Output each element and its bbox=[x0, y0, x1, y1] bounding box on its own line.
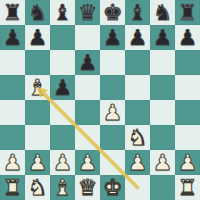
square-d3[interactable] bbox=[75, 125, 100, 150]
black-rook[interactable]: ♜ bbox=[3, 0, 23, 25]
white-queen[interactable]: ♛ bbox=[78, 175, 98, 200]
black-pawn[interactable]: ♟ bbox=[103, 25, 123, 50]
square-h8[interactable]: ♜ bbox=[175, 0, 200, 25]
square-b4[interactable] bbox=[25, 100, 50, 125]
chess-board[interactable]: ♜♞♝♛♚♝♞♜♟♟♟♟♟♟♟♝♟♟♞♟♟♟♟♟♟♟♜♞♝♛♚♜ bbox=[0, 0, 200, 200]
square-f5[interactable] bbox=[125, 75, 150, 100]
square-a5[interactable] bbox=[0, 75, 25, 100]
white-king[interactable]: ♚ bbox=[103, 175, 123, 200]
square-g7[interactable]: ♟ bbox=[150, 25, 175, 50]
square-h1[interactable]: ♜ bbox=[175, 175, 200, 200]
black-pawn[interactable]: ♟ bbox=[53, 75, 73, 100]
square-c3[interactable] bbox=[50, 125, 75, 150]
square-f2[interactable]: ♟ bbox=[125, 150, 150, 175]
square-f4[interactable] bbox=[125, 100, 150, 125]
square-b7[interactable]: ♟ bbox=[25, 25, 50, 50]
square-g4[interactable] bbox=[150, 100, 175, 125]
white-pawn[interactable]: ♟ bbox=[178, 150, 198, 175]
square-f1[interactable] bbox=[125, 175, 150, 200]
square-g8[interactable]: ♞ bbox=[150, 0, 175, 25]
square-h7[interactable]: ♟ bbox=[175, 25, 200, 50]
square-g1[interactable] bbox=[150, 175, 175, 200]
white-bishop[interactable]: ♝ bbox=[28, 75, 48, 100]
square-d6[interactable]: ♟ bbox=[75, 50, 100, 75]
square-e5[interactable] bbox=[100, 75, 125, 100]
black-bishop[interactable]: ♝ bbox=[128, 0, 148, 25]
square-g3[interactable] bbox=[150, 125, 175, 150]
black-pawn[interactable]: ♟ bbox=[153, 25, 173, 50]
square-a6[interactable] bbox=[0, 50, 25, 75]
square-b2[interactable]: ♟ bbox=[25, 150, 50, 175]
square-c7[interactable] bbox=[50, 25, 75, 50]
square-b8[interactable]: ♞ bbox=[25, 0, 50, 25]
square-h4[interactable] bbox=[175, 100, 200, 125]
square-c6[interactable] bbox=[50, 50, 75, 75]
white-knight[interactable]: ♞ bbox=[128, 125, 148, 150]
square-d8[interactable]: ♛ bbox=[75, 0, 100, 25]
black-rook[interactable]: ♜ bbox=[178, 0, 198, 25]
square-e2[interactable] bbox=[100, 150, 125, 175]
white-rook[interactable]: ♜ bbox=[178, 175, 198, 200]
square-c2[interactable]: ♟ bbox=[50, 150, 75, 175]
square-b3[interactable] bbox=[25, 125, 50, 150]
square-e6[interactable] bbox=[100, 50, 125, 75]
square-e1[interactable]: ♚ bbox=[100, 175, 125, 200]
square-e3[interactable] bbox=[100, 125, 125, 150]
chess-board-container: ♜♞♝♛♚♝♞♜♟♟♟♟♟♟♟♝♟♟♞♟♟♟♟♟♟♟♜♞♝♛♚♜ bbox=[0, 0, 200, 200]
white-pawn[interactable]: ♟ bbox=[153, 150, 173, 175]
square-a1[interactable]: ♜ bbox=[0, 175, 25, 200]
square-a8[interactable]: ♜ bbox=[0, 0, 25, 25]
white-pawn[interactable]: ♟ bbox=[53, 150, 73, 175]
square-c8[interactable]: ♝ bbox=[50, 0, 75, 25]
square-b5[interactable]: ♝ bbox=[25, 75, 50, 100]
white-pawn[interactable]: ♟ bbox=[78, 150, 98, 175]
square-a2[interactable]: ♟ bbox=[0, 150, 25, 175]
black-queen[interactable]: ♛ bbox=[78, 0, 98, 25]
square-c5[interactable]: ♟ bbox=[50, 75, 75, 100]
square-a3[interactable] bbox=[0, 125, 25, 150]
square-h6[interactable] bbox=[175, 50, 200, 75]
black-knight[interactable]: ♞ bbox=[28, 0, 48, 25]
white-pawn[interactable]: ♟ bbox=[3, 150, 23, 175]
white-pawn[interactable]: ♟ bbox=[103, 100, 123, 125]
square-b1[interactable]: ♞ bbox=[25, 175, 50, 200]
white-bishop[interactable]: ♝ bbox=[53, 175, 73, 200]
square-d1[interactable]: ♛ bbox=[75, 175, 100, 200]
square-h5[interactable] bbox=[175, 75, 200, 100]
square-h2[interactable]: ♟ bbox=[175, 150, 200, 175]
square-h3[interactable] bbox=[175, 125, 200, 150]
square-g6[interactable] bbox=[150, 50, 175, 75]
black-pawn[interactable]: ♟ bbox=[128, 25, 148, 50]
black-pawn[interactable]: ♟ bbox=[78, 50, 98, 75]
black-pawn[interactable]: ♟ bbox=[178, 25, 198, 50]
black-pawn[interactable]: ♟ bbox=[3, 25, 23, 50]
square-d7[interactable] bbox=[75, 25, 100, 50]
black-pawn[interactable]: ♟ bbox=[28, 25, 48, 50]
square-g2[interactable]: ♟ bbox=[150, 150, 175, 175]
square-c1[interactable]: ♝ bbox=[50, 175, 75, 200]
square-b6[interactable] bbox=[25, 50, 50, 75]
white-rook[interactable]: ♜ bbox=[3, 175, 23, 200]
white-pawn[interactable]: ♟ bbox=[28, 150, 48, 175]
white-knight[interactable]: ♞ bbox=[28, 175, 48, 200]
square-a7[interactable]: ♟ bbox=[0, 25, 25, 50]
square-d5[interactable] bbox=[75, 75, 100, 100]
square-c4[interactable] bbox=[50, 100, 75, 125]
black-king[interactable]: ♚ bbox=[103, 0, 123, 25]
square-d4[interactable] bbox=[75, 100, 100, 125]
square-f8[interactable]: ♝ bbox=[125, 0, 150, 25]
square-f3[interactable]: ♞ bbox=[125, 125, 150, 150]
square-a4[interactable] bbox=[0, 100, 25, 125]
square-f7[interactable]: ♟ bbox=[125, 25, 150, 50]
black-bishop[interactable]: ♝ bbox=[53, 0, 73, 25]
square-e8[interactable]: ♚ bbox=[100, 0, 125, 25]
white-pawn[interactable]: ♟ bbox=[128, 150, 148, 175]
square-e7[interactable]: ♟ bbox=[100, 25, 125, 50]
black-knight[interactable]: ♞ bbox=[153, 0, 173, 25]
square-d2[interactable]: ♟ bbox=[75, 150, 100, 175]
square-g5[interactable] bbox=[150, 75, 175, 100]
square-e4[interactable]: ♟ bbox=[100, 100, 125, 125]
square-f6[interactable] bbox=[125, 50, 150, 75]
